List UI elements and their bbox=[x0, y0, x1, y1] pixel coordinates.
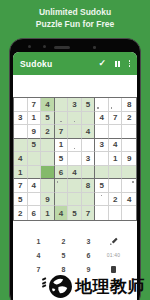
overflow-menu-icon[interactable] bbox=[129, 60, 131, 67]
board-cell-r8c1[interactable]: 5 bbox=[14, 193, 28, 207]
board-cell-r6c2[interactable] bbox=[28, 166, 42, 180]
board-cell-r4c3[interactable] bbox=[41, 139, 55, 153]
speaker-slot-icon bbox=[54, 46, 70, 49]
board-cell-r8c5[interactable] bbox=[68, 193, 82, 207]
board-cell-r3c9[interactable] bbox=[122, 125, 136, 139]
board-cell-r5c5[interactable] bbox=[68, 152, 82, 166]
board-cell-r7c8[interactable] bbox=[109, 179, 123, 193]
board-cell-r7c5[interactable] bbox=[68, 179, 82, 193]
board-cell-r3c2[interactable]: 9 bbox=[28, 125, 42, 139]
board-cell-r8c6[interactable] bbox=[82, 193, 96, 207]
promo-line2: Puzzle Fun for Free bbox=[0, 19, 150, 31]
board-cell-r7c6[interactable]: 8 bbox=[82, 179, 96, 193]
pencil-mark bbox=[101, 195, 103, 197]
board-cell-r9c9[interactable] bbox=[122, 206, 136, 220]
board-cell-r5c7[interactable] bbox=[95, 152, 109, 166]
board-cell-r3c3[interactable]: 2 bbox=[41, 125, 55, 139]
board-cell-r9c5[interactable]: 5 bbox=[68, 206, 82, 220]
board-cell-r7c1[interactable]: 7 bbox=[14, 179, 28, 193]
board-cell-r7c4[interactable] bbox=[55, 179, 69, 193]
board-cell-r2c8[interactable]: 7 bbox=[109, 112, 123, 126]
board-cell-r2c6[interactable] bbox=[82, 112, 96, 126]
board-cell-r3c4[interactable]: 7 bbox=[55, 125, 69, 139]
board-cell-r1c6[interactable]: 5 bbox=[82, 98, 96, 112]
app-bar: Sudoku ✓ bbox=[13, 52, 137, 75]
board-cell-r3c7[interactable] bbox=[95, 125, 109, 139]
board-cell-r9c2[interactable]: 6 bbox=[28, 206, 42, 220]
app-bar-actions: ✓ bbox=[98, 59, 130, 68]
phone-mockup: Sudoku ✓ 7435831547292745134453191647485… bbox=[9, 38, 141, 300]
board-cell-r5c2[interactable] bbox=[28, 152, 42, 166]
board-cell-r5c8[interactable]: 1 bbox=[109, 152, 123, 166]
promo-headline: Unlimited Sudoku Puzzle Fun for Free bbox=[0, 7, 150, 30]
board-cell-r4c2[interactable]: 5 bbox=[28, 139, 42, 153]
keypad-digit-1[interactable]: 1 bbox=[26, 235, 51, 247]
board-cell-r5c6[interactable]: 3 bbox=[82, 152, 96, 166]
pencil-mark bbox=[111, 107, 113, 109]
camera-dot-icon bbox=[43, 45, 46, 48]
board-cell-r1c3[interactable]: 4 bbox=[41, 98, 55, 112]
board-cell-r8c3[interactable]: 9 bbox=[41, 193, 55, 207]
sudoku-board: 7435831547292745134453191647485592426145… bbox=[13, 97, 137, 221]
pencil-mark bbox=[74, 121, 76, 123]
board-cell-r1c4[interactable] bbox=[55, 98, 69, 112]
keypad-digit-3[interactable]: 3 bbox=[76, 235, 101, 247]
check-icon[interactable]: ✓ bbox=[98, 59, 106, 68]
watermark-decoration bbox=[42, 278, 46, 289]
pause-icon[interactable] bbox=[115, 61, 120, 67]
pencil-mark bbox=[57, 181, 59, 183]
board-cell-r9c8[interactable] bbox=[109, 206, 123, 220]
pencil-icon[interactable] bbox=[101, 235, 126, 247]
board-cell-r9c4[interactable]: 4 bbox=[55, 206, 69, 220]
board-cell-r8c7[interactable] bbox=[95, 193, 109, 207]
board-cell-r1c1[interactable] bbox=[14, 98, 28, 112]
board-cell-r9c1[interactable]: 2 bbox=[14, 206, 28, 220]
board-cell-r2c1[interactable]: 3 bbox=[14, 112, 28, 126]
game-timer: 01:40 bbox=[107, 252, 121, 258]
screenshot-page: Unlimited Sudoku Puzzle Fun for Free Sud… bbox=[0, 0, 150, 300]
board-cell-r5c1[interactable]: 4 bbox=[14, 152, 28, 166]
app-title: Sudoku bbox=[20, 59, 52, 69]
board-cell-r4c6[interactable] bbox=[82, 139, 96, 153]
watermark-text: 地理教师 bbox=[75, 278, 145, 295]
board-cell-r6c4[interactable]: 6 bbox=[55, 166, 69, 180]
board-cell-r7c9[interactable] bbox=[122, 179, 136, 193]
board-cell-r1c9[interactable]: 8 bbox=[122, 98, 136, 112]
number-keypad: 12345601:40789 bbox=[26, 235, 126, 275]
board-cell-r7c7[interactable]: 5 bbox=[95, 179, 109, 193]
keypad-digit-4[interactable]: 4 bbox=[26, 249, 51, 261]
pencil-mark bbox=[97, 107, 99, 109]
board-cell-r3c5[interactable] bbox=[68, 125, 82, 139]
board-cell-r7c3[interactable] bbox=[41, 179, 55, 193]
board-cell-r3c8[interactable] bbox=[109, 125, 123, 139]
promo-line1: Unlimited Sudoku bbox=[0, 7, 150, 19]
timer-key: 01:40 bbox=[101, 249, 126, 261]
board-cell-r4c7[interactable]: 3 bbox=[95, 139, 109, 153]
watermark: 地理教师 bbox=[48, 274, 145, 299]
board-cell-r6c9[interactable] bbox=[122, 166, 136, 180]
board-cell-r5c3[interactable] bbox=[41, 152, 55, 166]
board-cell-r2c9[interactable]: 2 bbox=[122, 112, 136, 126]
board-cell-r8c4[interactable] bbox=[55, 193, 69, 207]
keypad-digit-5[interactable]: 5 bbox=[51, 249, 76, 261]
board-cell-r5c4[interactable]: 5 bbox=[55, 152, 69, 166]
board-cell-r8c8[interactable]: 2 bbox=[109, 193, 123, 207]
board-cell-r9c7[interactable] bbox=[95, 206, 109, 220]
board-cell-r3c6[interactable]: 4 bbox=[82, 125, 96, 139]
camera-dot-icon bbox=[93, 46, 96, 49]
board-cell-r4c8[interactable]: 4 bbox=[109, 139, 123, 153]
board-cell-r8c9[interactable]: 4 bbox=[122, 193, 136, 207]
board-cell-r1c7[interactable] bbox=[95, 98, 109, 112]
board-cell-r8c2[interactable] bbox=[28, 193, 42, 207]
board-cell-r1c2[interactable]: 7 bbox=[28, 98, 42, 112]
board-cell-r7c2[interactable]: 4 bbox=[28, 179, 42, 193]
pencil-mark bbox=[74, 148, 76, 150]
pencil-mark bbox=[132, 181, 134, 183]
app-screen: Sudoku ✓ 7435831547292745134453191647485… bbox=[13, 52, 137, 300]
board-cell-r5c9[interactable]: 9 bbox=[122, 152, 136, 166]
board-cell-r6c6[interactable] bbox=[82, 166, 96, 180]
board-cell-r2c5[interactable] bbox=[68, 112, 82, 126]
board-cell-r6c5[interactable]: 4 bbox=[68, 166, 82, 180]
board-cell-r1c5[interactable]: 3 bbox=[68, 98, 82, 112]
board-cell-r4c9[interactable] bbox=[122, 139, 136, 153]
board-cell-r4c4[interactable]: 1 bbox=[55, 139, 69, 153]
board-cell-r6c3[interactable] bbox=[41, 166, 55, 180]
board-cell-r2c4[interactable] bbox=[55, 112, 69, 126]
board-cell-r1c8[interactable] bbox=[109, 98, 123, 112]
board-cell-r4c1[interactable] bbox=[14, 139, 28, 153]
board-cell-r6c7[interactable] bbox=[95, 166, 109, 180]
pencil-mark bbox=[60, 121, 62, 123]
board-cell-r9c3[interactable]: 1 bbox=[41, 206, 55, 220]
board-cell-r3c1[interactable] bbox=[14, 125, 28, 139]
board-cell-r6c1[interactable]: 1 bbox=[14, 166, 28, 180]
camera-dot-icon bbox=[28, 45, 31, 48]
board-cell-r2c7[interactable]: 4 bbox=[95, 112, 109, 126]
keypad-digit-2[interactable]: 2 bbox=[51, 235, 76, 247]
board-cell-r4c5[interactable] bbox=[68, 139, 82, 153]
board-cell-r2c3[interactable]: 5 bbox=[41, 112, 55, 126]
keypad-digit-6[interactable]: 6 bbox=[76, 249, 101, 261]
board-cell-r2c2[interactable]: 1 bbox=[28, 112, 42, 126]
board-cell-r9c6[interactable]: 7 bbox=[82, 206, 96, 220]
board-cell-r6c8[interactable] bbox=[109, 166, 123, 180]
globe-icon bbox=[48, 274, 73, 299]
